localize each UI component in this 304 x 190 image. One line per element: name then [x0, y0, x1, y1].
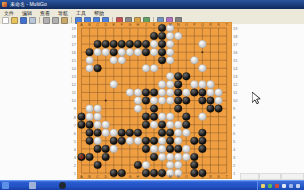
tray-update-icon[interactable] — [289, 184, 293, 188]
white-stone — [134, 89, 142, 97]
black-stone — [134, 161, 142, 169]
white-stone — [150, 40, 158, 48]
cut-icon[interactable] — [43, 17, 50, 24]
black-stone — [142, 113, 150, 121]
star-point — [105, 100, 107, 102]
col-label: R — [209, 175, 212, 179]
white-stone — [199, 113, 207, 121]
white-stone — [118, 56, 126, 64]
tray-antivirus-icon[interactable] — [275, 184, 279, 188]
row-label: 14 — [233, 65, 240, 73]
black-stone — [166, 145, 174, 153]
row-label: 14 — [69, 65, 76, 73]
white-stone — [166, 73, 174, 81]
black-stone — [199, 145, 207, 153]
black-stone — [134, 129, 142, 137]
row-labels-right: 19181716151413121110987654321 — [233, 25, 240, 178]
black-stone — [158, 32, 166, 40]
menu-item-3[interactable]: 导航 — [54, 10, 72, 16]
row-label: 1 — [233, 170, 240, 178]
black-stone — [94, 40, 102, 48]
white-stone — [174, 153, 182, 161]
screen: { "game": "go", "window": { "title": "未命… — [0, 0, 304, 190]
black-stone — [142, 121, 150, 129]
col-label: H — [137, 175, 140, 179]
black-stone — [134, 40, 142, 48]
col-label: D — [104, 23, 107, 27]
white-stone — [134, 105, 142, 113]
white-stone — [182, 89, 190, 97]
white-stone — [110, 56, 118, 64]
black-stone — [158, 121, 166, 129]
row-label: 10 — [233, 97, 240, 105]
black-stone — [86, 137, 94, 145]
white-stone — [94, 121, 102, 129]
black-stone — [174, 145, 182, 153]
tray-msg-icon[interactable] — [282, 184, 286, 188]
black-stone — [199, 129, 207, 137]
go-board-svg[interactable]: AABBCCDDEEFFGGHHJJKKLLMMNNOOPPQQRRSSTT — [77, 22, 232, 179]
white-stone — [126, 48, 134, 56]
tray-volume-icon[interactable] — [261, 184, 265, 188]
white-stone — [102, 129, 110, 137]
black-stone — [191, 161, 199, 169]
row-label: 4 — [233, 146, 240, 154]
menu-item-5[interactable]: 帮助 — [90, 10, 108, 16]
white-stone — [86, 56, 94, 64]
black-stone — [182, 73, 190, 81]
menu-item-1[interactable]: 编辑 — [18, 10, 36, 16]
white-stone — [86, 105, 94, 113]
white-stone — [158, 145, 166, 153]
white-stone — [86, 113, 94, 121]
black-stone — [150, 113, 158, 121]
white-stone — [166, 161, 174, 169]
menu-item-4[interactable]: 工具 — [72, 10, 90, 16]
black-stone — [182, 113, 190, 121]
toolbar-separator — [71, 17, 72, 23]
row-label: 15 — [233, 57, 240, 65]
print-icon[interactable] — [29, 17, 36, 24]
white-stone — [174, 32, 182, 40]
tray-network-icon[interactable] — [268, 184, 272, 188]
col-label: N — [177, 23, 180, 27]
white-stone — [150, 48, 158, 56]
col-label: J — [145, 175, 147, 179]
black-stone — [110, 137, 118, 145]
white-stone — [199, 81, 207, 89]
status-segment — [259, 173, 281, 180]
black-stone — [118, 137, 126, 145]
window-title: 未命名 - MultiGo — [10, 2, 47, 7]
row-label: 7 — [69, 122, 76, 130]
white-stone — [166, 56, 174, 64]
black-stone — [142, 40, 150, 48]
black-stone — [182, 121, 190, 129]
col-label: M — [169, 23, 172, 27]
black-stone — [199, 89, 207, 97]
paste-icon[interactable] — [61, 17, 68, 24]
white-stone — [191, 81, 199, 89]
row-label: 9 — [69, 105, 76, 113]
row-label: 18 — [69, 33, 76, 41]
black-stone — [158, 48, 166, 56]
black-stone — [118, 129, 126, 137]
row-label: 5 — [233, 138, 240, 146]
black-stone — [150, 89, 158, 97]
white-stone — [174, 121, 182, 129]
white-stone — [150, 121, 158, 129]
row-label: 5 — [69, 138, 76, 146]
white-stone — [110, 145, 118, 153]
black-stone — [215, 105, 223, 113]
status-segment — [281, 173, 304, 180]
black-stone — [158, 40, 166, 48]
white-stone — [150, 97, 158, 105]
black-stone — [207, 97, 215, 105]
star-point — [201, 51, 203, 53]
black-stone — [174, 105, 182, 113]
black-stone — [86, 153, 94, 161]
black-stone — [174, 89, 182, 97]
row-label: 15 — [69, 57, 76, 65]
row-label: 2 — [69, 162, 76, 170]
white-stone — [166, 97, 174, 105]
black-stone — [126, 40, 134, 48]
black-stone — [102, 153, 110, 161]
row-label: 18 — [233, 33, 240, 41]
row-label: 1 — [69, 170, 76, 178]
row-label: 7 — [233, 122, 240, 130]
system-tray — [257, 181, 304, 190]
row-label: 9 — [233, 105, 240, 113]
col-label: J — [145, 23, 147, 27]
quicklaunch-icon[interactable] — [29, 182, 36, 189]
app-task-icon[interactable] — [59, 182, 66, 189]
row-label: 8 — [233, 114, 240, 122]
white-stone — [166, 48, 174, 56]
white-stone — [207, 81, 215, 89]
open-folder-icon[interactable] — [11, 17, 18, 24]
menu-item-0[interactable]: 文件 — [0, 10, 18, 16]
white-stone — [126, 137, 134, 145]
black-stone — [142, 89, 150, 97]
row-label: 19 — [69, 25, 76, 33]
row-label: 13 — [233, 73, 240, 81]
black-stone — [86, 48, 94, 56]
status-segment — [240, 173, 259, 180]
white-stone — [134, 137, 142, 145]
col-label: G — [128, 175, 131, 179]
white-stone — [158, 137, 166, 145]
white-stone — [94, 113, 102, 121]
white-stone — [158, 113, 166, 121]
white-stone — [182, 153, 190, 161]
row-label: 13 — [69, 73, 76, 81]
row-label: 10 — [69, 97, 76, 105]
white-stone — [166, 153, 174, 161]
black-stone — [166, 129, 174, 137]
black-stone — [174, 73, 182, 81]
white-stone — [166, 113, 174, 121]
black-stone — [158, 129, 166, 137]
col-label: L — [161, 23, 163, 27]
col-label: Q — [201, 23, 204, 27]
white-stone — [118, 48, 126, 56]
row-label: 8 — [69, 114, 76, 122]
black-stone — [94, 129, 102, 137]
save-icon[interactable] — [20, 17, 27, 24]
black-stone — [86, 129, 94, 137]
black-stone — [126, 129, 134, 137]
white-stone — [142, 65, 150, 73]
row-label: 3 — [233, 154, 240, 162]
white-stone — [134, 97, 142, 105]
white-stone — [94, 105, 102, 113]
row-label: 17 — [69, 41, 76, 49]
black-stone — [142, 48, 150, 56]
black-stone — [166, 137, 174, 145]
col-label: O — [185, 175, 188, 179]
col-label: C — [96, 175, 99, 179]
white-stone — [102, 48, 110, 56]
black-stone — [86, 121, 94, 129]
col-label: H — [137, 23, 140, 27]
tray-clock-icon[interactable] — [296, 184, 300, 188]
black-stone — [94, 65, 102, 73]
white-stone — [158, 97, 166, 105]
black-stone — [78, 121, 86, 129]
white-stone — [94, 48, 102, 56]
white-stone — [182, 145, 190, 153]
title-bar: 未命名 - MultiGo — [0, 0, 304, 9]
row-label: 11 — [233, 89, 240, 97]
row-label: 6 — [233, 130, 240, 138]
black-stone — [142, 145, 150, 153]
black-stone — [174, 81, 182, 89]
white-stone — [86, 65, 94, 73]
black-stone — [150, 153, 158, 161]
col-label: C — [96, 23, 99, 27]
white-stone — [158, 89, 166, 97]
black-stone — [182, 97, 190, 105]
white-stone — [110, 129, 118, 137]
row-label: 12 — [233, 81, 240, 89]
white-stone — [191, 56, 199, 64]
row-label: 16 — [69, 49, 76, 57]
white-stone — [102, 121, 110, 129]
col-label: R — [209, 23, 212, 27]
row-label: 3 — [69, 154, 76, 162]
white-stone — [166, 81, 174, 89]
black-stone — [150, 105, 158, 113]
white-stone — [174, 129, 182, 137]
white-stone — [134, 48, 142, 56]
col-label: N — [177, 175, 180, 179]
black-stone — [110, 48, 118, 56]
col-label: M — [169, 175, 172, 179]
white-stone — [174, 161, 182, 169]
black-stone — [199, 97, 207, 105]
white-stone — [150, 145, 158, 153]
white-stone — [215, 97, 223, 105]
taskbar — [0, 180, 304, 190]
row-label: 17 — [233, 41, 240, 49]
row-label: 6 — [69, 130, 76, 138]
black-stone — [78, 153, 86, 161]
toolbar-separator — [39, 17, 40, 23]
copy-icon[interactable] — [52, 17, 59, 24]
black-stone — [191, 89, 199, 97]
white-stone — [166, 40, 174, 48]
black-stone — [158, 56, 166, 64]
black-stone — [150, 137, 158, 145]
black-stone — [102, 145, 110, 153]
white-stone — [199, 65, 207, 73]
mouse-cursor-icon — [252, 92, 261, 105]
go-board[interactable]: AABBCCDDEEFFGGHHJJKKLLMMNNOOPPQQRRSSTT — [77, 22, 232, 183]
app-icon — [2, 2, 7, 7]
white-stone — [110, 81, 118, 89]
col-label: Q — [201, 175, 204, 179]
white-stone — [174, 137, 182, 145]
new-file-icon[interactable] — [2, 17, 9, 24]
white-stone — [166, 121, 174, 129]
start-icon[interactable] — [2, 182, 9, 189]
black-stone — [207, 105, 215, 113]
black-stone — [199, 137, 207, 145]
white-stone — [166, 32, 174, 40]
white-stone — [199, 40, 207, 48]
row-label: 19 — [233, 25, 240, 33]
black-stone — [191, 153, 199, 161]
white-stone — [150, 65, 158, 73]
col-label: G — [128, 23, 131, 27]
row-label: 12 — [69, 81, 76, 89]
white-stone — [126, 89, 134, 97]
white-stone — [207, 89, 215, 97]
row-label: 11 — [69, 89, 76, 97]
white-stone — [182, 129, 190, 137]
col-label: D — [104, 175, 107, 179]
white-stone — [158, 81, 166, 89]
white-stone — [94, 137, 102, 145]
black-stone — [142, 137, 150, 145]
white-stone — [166, 89, 174, 97]
row-label: 2 — [233, 162, 240, 170]
black-stone — [94, 161, 102, 169]
white-stone — [158, 153, 166, 161]
menu-item-2[interactable]: 查看 — [36, 10, 54, 16]
black-stone — [174, 97, 182, 105]
row-labels-left: 19181716151413121110987654321 — [69, 25, 76, 178]
black-stone — [102, 40, 110, 48]
white-stone — [215, 89, 223, 97]
black-stone — [150, 32, 158, 40]
row-label: 16 — [233, 49, 240, 57]
row-label: 4 — [69, 146, 76, 154]
black-stone — [110, 40, 118, 48]
white-stone — [142, 161, 150, 169]
col-label: L — [161, 175, 163, 179]
black-stone — [191, 137, 199, 145]
black-stone — [94, 145, 102, 153]
black-stone — [118, 40, 126, 48]
black-stone — [78, 113, 86, 121]
black-stone — [142, 97, 150, 105]
col-label: O — [185, 23, 188, 27]
